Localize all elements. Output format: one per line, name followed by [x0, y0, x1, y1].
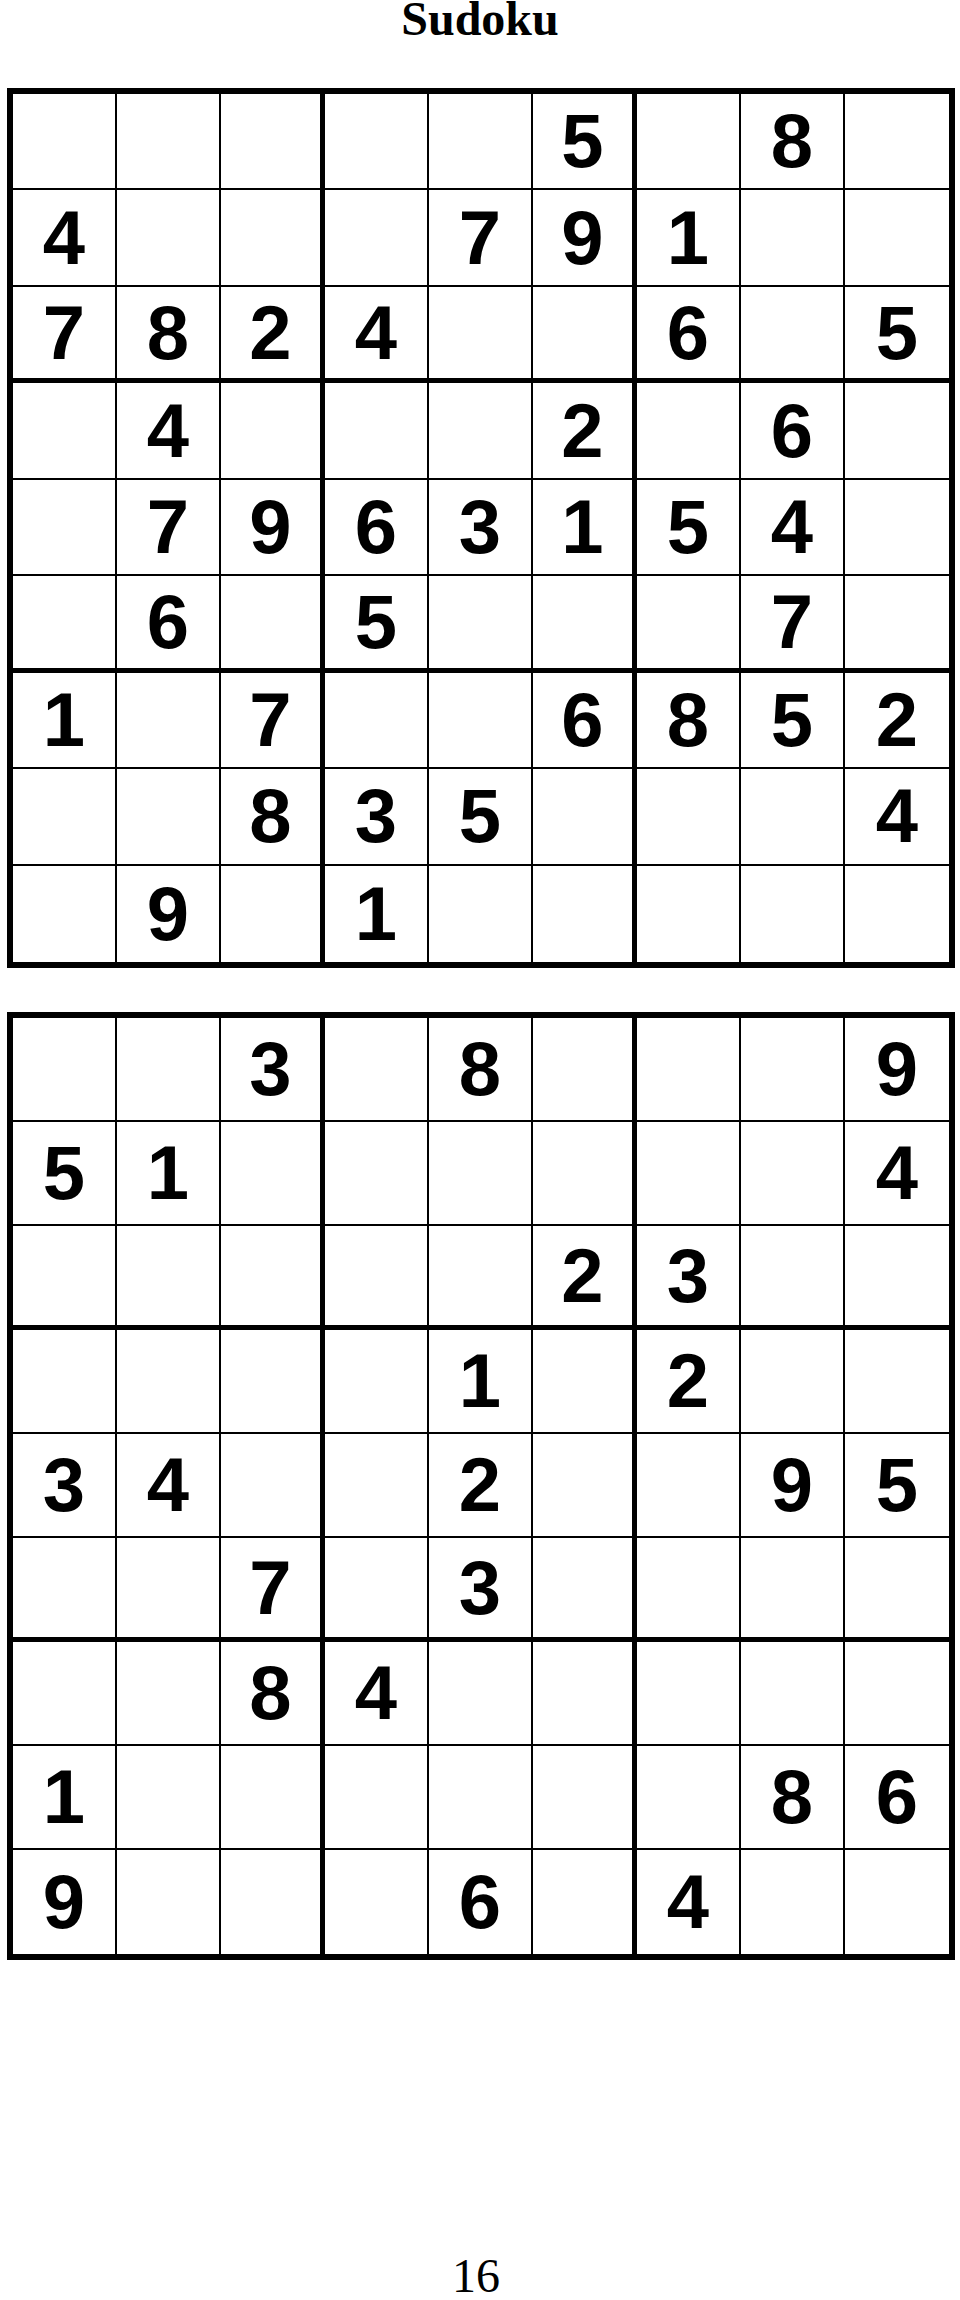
g1-cell-r1c5[interactable]: [429, 94, 533, 190]
g1-cell-r7c5[interactable]: [429, 673, 533, 769]
g2-cell-r5c2[interactable]: 4: [117, 1434, 221, 1538]
g2-cell-r9c2[interactable]: [117, 1850, 221, 1954]
g1-cell-r6c1[interactable]: [13, 576, 117, 672]
g1-cell-r6c6[interactable]: [533, 576, 637, 672]
page-title: Sudoku: [0, 0, 960, 47]
g2-cell-r8c1[interactable]: 1: [13, 1746, 117, 1850]
g1-cell-r3c3[interactable]: 2: [221, 287, 325, 383]
g1-cell-r7c7[interactable]: 8: [637, 673, 741, 769]
g2-cell-r3c5[interactable]: [429, 1226, 533, 1330]
g2-cell-r9c5[interactable]: 6: [429, 1850, 533, 1954]
g2-cell-r1c8[interactable]: [741, 1018, 845, 1122]
g2-cell-r3c4[interactable]: [325, 1226, 429, 1330]
g2-cell-r3c3[interactable]: [221, 1226, 325, 1330]
g1-cell-r2c7[interactable]: 1: [637, 190, 741, 286]
g2-cell-r6c2[interactable]: [117, 1538, 221, 1642]
g1-cell-r9c1[interactable]: [13, 866, 117, 962]
g1-cell-r1c6[interactable]: 5: [533, 94, 637, 190]
g2-cell-r5c9[interactable]: 5: [845, 1434, 949, 1538]
g2-cell-r2c7[interactable]: [637, 1122, 741, 1226]
g1-cell-r9c9[interactable]: [845, 866, 949, 962]
g2-cell-r9c8[interactable]: [741, 1850, 845, 1954]
g1-cell-r1c8[interactable]: 8: [741, 94, 845, 190]
g1-cell-r9c7[interactable]: [637, 866, 741, 962]
g1-cell-r7c3[interactable]: 7: [221, 673, 325, 769]
g2-cell-r4c8[interactable]: [741, 1330, 845, 1434]
g1-cell-r9c8[interactable]: [741, 866, 845, 962]
g1-cell-r8c9[interactable]: 4: [845, 769, 949, 865]
g1-cell-r5c4[interactable]: 6: [325, 480, 429, 576]
g2-cell-r1c6[interactable]: [533, 1018, 637, 1122]
g1-cell-r4c1[interactable]: [13, 383, 117, 479]
g1-cell-r2c2[interactable]: [117, 190, 221, 286]
g2-cell-r2c1[interactable]: 5: [13, 1122, 117, 1226]
g2-cell-r9c7[interactable]: 4: [637, 1850, 741, 1954]
g2-cell-r8c9[interactable]: 6: [845, 1746, 949, 1850]
g1-cell-r3c7[interactable]: 6: [637, 287, 741, 383]
g2-cell-r8c5[interactable]: [429, 1746, 533, 1850]
g2-cell-r9c9[interactable]: [845, 1850, 949, 1954]
g1-cell-r1c4[interactable]: [325, 94, 429, 190]
g2-cell-r1c5[interactable]: 8: [429, 1018, 533, 1122]
g1-cell-r3c5[interactable]: [429, 287, 533, 383]
g1-cell-r7c9[interactable]: 2: [845, 673, 949, 769]
g2-cell-r8c8[interactable]: 8: [741, 1746, 845, 1850]
g1-cell-r8c7[interactable]: [637, 769, 741, 865]
g1-cell-r4c5[interactable]: [429, 383, 533, 479]
g2-cell-r5c5[interactable]: 2: [429, 1434, 533, 1538]
g2-cell-r6c7[interactable]: [637, 1538, 741, 1642]
g1-cell-r6c7[interactable]: [637, 576, 741, 672]
g1-cell-r2c1[interactable]: 4: [13, 190, 117, 286]
g1-cell-r4c2[interactable]: 4: [117, 383, 221, 479]
g2-cell-r6c1[interactable]: [13, 1538, 117, 1642]
g1-cell-r9c4[interactable]: 1: [325, 866, 429, 962]
g1-cell-r4c7[interactable]: [637, 383, 741, 479]
g1-cell-r3c1[interactable]: 7: [13, 287, 117, 383]
g1-cell-r7c1[interactable]: 1: [13, 673, 117, 769]
g1-cell-r1c9[interactable]: [845, 94, 949, 190]
g2-cell-r3c1[interactable]: [13, 1226, 117, 1330]
g1-cell-r4c3[interactable]: [221, 383, 325, 479]
sudoku-grid-top: 5847917824654267963154657176852835491: [7, 88, 955, 968]
g2-cell-r3c2[interactable]: [117, 1226, 221, 1330]
g1-cell-r9c6[interactable]: [533, 866, 637, 962]
g2-cell-r4c4[interactable]: [325, 1330, 429, 1434]
g2-cell-r2c6[interactable]: [533, 1122, 637, 1226]
g2-cell-r7c7[interactable]: [637, 1642, 741, 1746]
g2-cell-r7c8[interactable]: [741, 1642, 845, 1746]
g2-cell-r3c9[interactable]: [845, 1226, 949, 1330]
g2-cell-r6c6[interactable]: [533, 1538, 637, 1642]
g2-cell-r8c6[interactable]: [533, 1746, 637, 1850]
g1-cell-r3c4[interactable]: 4: [325, 287, 429, 383]
g2-cell-r1c1[interactable]: [13, 1018, 117, 1122]
g1-cell-r8c3[interactable]: 8: [221, 769, 325, 865]
g2-cell-r2c8[interactable]: [741, 1122, 845, 1226]
g2-cell-r9c4[interactable]: [325, 1850, 429, 1954]
g2-cell-r7c6[interactable]: [533, 1642, 637, 1746]
g2-cell-r2c2[interactable]: 1: [117, 1122, 221, 1226]
g1-cell-r4c9[interactable]: [845, 383, 949, 479]
g1-cell-r3c8[interactable]: [741, 287, 845, 383]
g1-cell-r2c5[interactable]: 7: [429, 190, 533, 286]
g1-cell-r5c2[interactable]: 7: [117, 480, 221, 576]
g1-cell-r7c6[interactable]: 6: [533, 673, 637, 769]
g1-cell-r3c9[interactable]: 5: [845, 287, 949, 383]
g1-cell-r4c8[interactable]: 6: [741, 383, 845, 479]
g1-cell-r1c1[interactable]: [13, 94, 117, 190]
g2-cell-r7c9[interactable]: [845, 1642, 949, 1746]
g2-cell-r1c7[interactable]: [637, 1018, 741, 1122]
g2-cell-r8c7[interactable]: [637, 1746, 741, 1850]
g2-cell-r3c7[interactable]: 3: [637, 1226, 741, 1330]
g2-cell-r5c4[interactable]: [325, 1434, 429, 1538]
g1-cell-r8c2[interactable]: [117, 769, 221, 865]
g2-cell-r6c3[interactable]: 7: [221, 1538, 325, 1642]
g2-cell-r1c4[interactable]: [325, 1018, 429, 1122]
g2-cell-r4c5[interactable]: 1: [429, 1330, 533, 1434]
g1-cell-r5c9[interactable]: [845, 480, 949, 576]
g1-cell-r8c5[interactable]: 5: [429, 769, 533, 865]
g2-cell-r5c8[interactable]: 9: [741, 1434, 845, 1538]
g2-cell-r2c4[interactable]: [325, 1122, 429, 1226]
g1-cell-r8c6[interactable]: [533, 769, 637, 865]
g2-cell-r7c1[interactable]: [13, 1642, 117, 1746]
g2-cell-r4c9[interactable]: [845, 1330, 949, 1434]
g1-cell-r5c1[interactable]: [13, 480, 117, 576]
g1-cell-r2c3[interactable]: [221, 190, 325, 286]
g1-cell-r4c4[interactable]: [325, 383, 429, 479]
g1-cell-r6c9[interactable]: [845, 576, 949, 672]
g2-cell-r1c2[interactable]: [117, 1018, 221, 1122]
g2-cell-r4c3[interactable]: [221, 1330, 325, 1434]
g2-cell-r1c9[interactable]: 9: [845, 1018, 949, 1122]
g2-cell-r4c1[interactable]: [13, 1330, 117, 1434]
g1-cell-r7c4[interactable]: [325, 673, 429, 769]
g1-cell-r9c5[interactable]: [429, 866, 533, 962]
g2-cell-r2c3[interactable]: [221, 1122, 325, 1226]
g2-cell-r4c6[interactable]: [533, 1330, 637, 1434]
g2-cell-r8c3[interactable]: [221, 1746, 325, 1850]
g1-cell-r5c7[interactable]: 5: [637, 480, 741, 576]
g2-cell-r5c7[interactable]: [637, 1434, 741, 1538]
g2-cell-r9c1[interactable]: 9: [13, 1850, 117, 1954]
g1-cell-r9c3[interactable]: [221, 866, 325, 962]
g2-cell-r9c3[interactable]: [221, 1850, 325, 1954]
g2-cell-r9c6[interactable]: [533, 1850, 637, 1954]
g2-cell-r7c3[interactable]: 8: [221, 1642, 325, 1746]
g1-cell-r5c3[interactable]: 9: [221, 480, 325, 576]
g2-cell-r1c3[interactable]: 3: [221, 1018, 325, 1122]
g1-cell-r8c8[interactable]: [741, 769, 845, 865]
g2-cell-r7c4[interactable]: 4: [325, 1642, 429, 1746]
g1-cell-r6c8[interactable]: 7: [741, 576, 845, 672]
g2-cell-r3c6[interactable]: 2: [533, 1226, 637, 1330]
g1-cell-r3c2[interactable]: 8: [117, 287, 221, 383]
g1-cell-r8c1[interactable]: [13, 769, 117, 865]
g2-cell-r8c4[interactable]: [325, 1746, 429, 1850]
g1-cell-r4c6[interactable]: 2: [533, 383, 637, 479]
g1-cell-r1c7[interactable]: [637, 94, 741, 190]
g1-cell-r3c6[interactable]: [533, 287, 637, 383]
g1-cell-r6c3[interactable]: [221, 576, 325, 672]
g1-cell-r6c4[interactable]: 5: [325, 576, 429, 672]
g1-cell-r2c9[interactable]: [845, 190, 949, 286]
g2-cell-r3c8[interactable]: [741, 1226, 845, 1330]
g2-cell-r6c8[interactable]: [741, 1538, 845, 1642]
g2-cell-r6c5[interactable]: 3: [429, 1538, 533, 1642]
g1-cell-r1c3[interactable]: [221, 94, 325, 190]
g1-cell-r5c6[interactable]: 1: [533, 480, 637, 576]
g1-cell-r6c5[interactable]: [429, 576, 533, 672]
g1-cell-r7c2[interactable]: [117, 673, 221, 769]
g1-cell-r5c5[interactable]: 3: [429, 480, 533, 576]
g2-cell-r6c9[interactable]: [845, 1538, 949, 1642]
g1-cell-r7c8[interactable]: 5: [741, 673, 845, 769]
g2-cell-r2c9[interactable]: 4: [845, 1122, 949, 1226]
g1-cell-r6c2[interactable]: 6: [117, 576, 221, 672]
page-number: 16: [0, 2252, 952, 2300]
g2-cell-r8c2[interactable]: [117, 1746, 221, 1850]
g1-cell-r8c4[interactable]: 3: [325, 769, 429, 865]
g1-cell-r2c6[interactable]: 9: [533, 190, 637, 286]
g1-cell-r9c2[interactable]: 9: [117, 866, 221, 962]
g1-cell-r2c4[interactable]: [325, 190, 429, 286]
sudoku-grid-bottom: 3895142312342957384186964: [7, 1012, 955, 1960]
g2-cell-r2c5[interactable]: [429, 1122, 533, 1226]
g2-cell-r5c3[interactable]: [221, 1434, 325, 1538]
g2-cell-r7c5[interactable]: [429, 1642, 533, 1746]
g1-cell-r2c8[interactable]: [741, 190, 845, 286]
g2-cell-r4c7[interactable]: 2: [637, 1330, 741, 1434]
g1-cell-r5c8[interactable]: 4: [741, 480, 845, 576]
g2-cell-r6c4[interactable]: [325, 1538, 429, 1642]
g2-cell-r7c2[interactable]: [117, 1642, 221, 1746]
g2-cell-r5c6[interactable]: [533, 1434, 637, 1538]
g2-cell-r5c1[interactable]: 3: [13, 1434, 117, 1538]
g2-cell-r4c2[interactable]: [117, 1330, 221, 1434]
g1-cell-r1c2[interactable]: [117, 94, 221, 190]
